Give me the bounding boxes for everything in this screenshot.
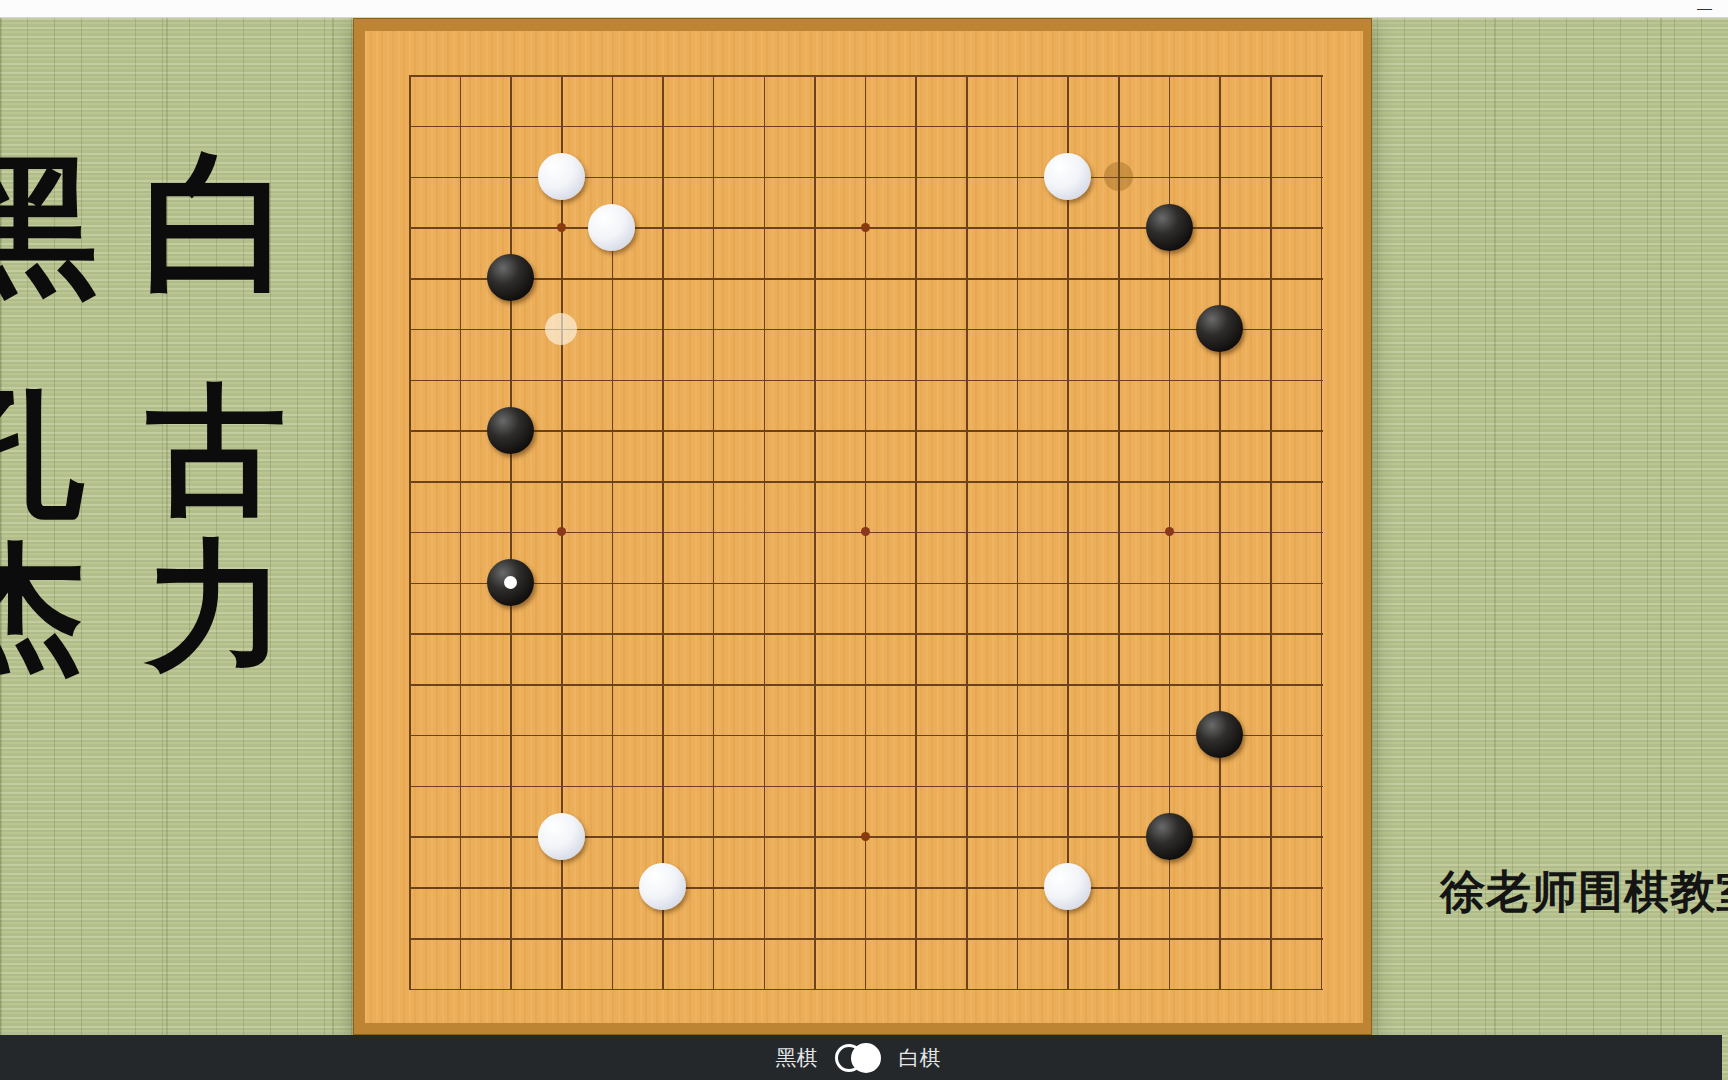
window-title-bar: — <box>0 0 1728 18</box>
watermark-text: 徐老师围棋教室 <box>1440 862 1728 922</box>
black-toggle-label: 黑棋 <box>776 1044 818 1072</box>
bottom-control-bar: 黑棋 白棋 <box>0 1035 1722 1080</box>
go-board-grid[interactable] <box>409 75 1323 990</box>
black-player-name-char-2: 杰 <box>0 538 84 678</box>
color-toggle[interactable] <box>835 1042 882 1074</box>
tatami-background: — 黑 白 孔 古 杰 力 徐老师围棋教室 黑棋 白棋 <box>0 0 1728 1080</box>
black-player-name-char-1: 孔 <box>0 384 84 524</box>
black-player-label: 黑 <box>0 150 98 302</box>
white-stone-icon <box>851 1043 881 1073</box>
white-player-name-char-1: 古 <box>146 381 286 521</box>
white-toggle-label: 白棋 <box>899 1044 941 1072</box>
white-player-label: 白 <box>142 147 294 299</box>
minimize-button[interactable]: — <box>1697 0 1712 17</box>
white-player-name-char-2: 力 <box>147 536 287 676</box>
